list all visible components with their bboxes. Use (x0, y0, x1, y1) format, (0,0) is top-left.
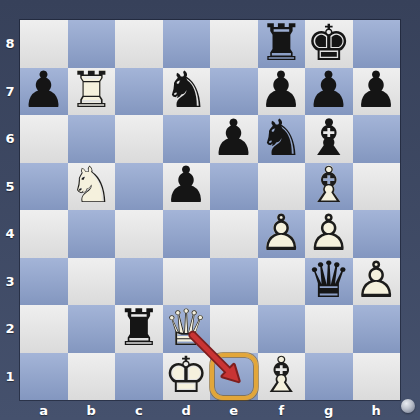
black-rook-piece[interactable]: ♜ (258, 20, 306, 68)
square-h5[interactable] (353, 163, 401, 211)
piece-glyph-fill: ♝ (305, 160, 353, 210)
square-b1[interactable] (68, 353, 116, 401)
rank-label-2: 2 (0, 305, 20, 353)
square-a8[interactable] (20, 20, 68, 68)
piece-glyph-outline: ♕ (163, 303, 211, 353)
black-pawn-piece[interactable]: ♟ (353, 68, 401, 116)
square-e4[interactable] (210, 210, 258, 258)
rank-label-4: 4 (0, 210, 20, 258)
piece-glyph-outline: ♙ (353, 255, 401, 305)
chess-board-frame: 87654321 abcdefgh ♜♚♟♜♖♞♟♟♟♟♞♝♞♘♟♝♗♟♙♟♙♛… (0, 0, 420, 420)
square-h7[interactable]: ♟ (353, 68, 401, 116)
file-label-f: f (258, 400, 306, 420)
square-d3[interactable] (163, 258, 211, 306)
piece-glyph-fill: ♞ (68, 160, 116, 210)
square-f5[interactable] (258, 163, 306, 211)
square-e8[interactable] (210, 20, 258, 68)
square-a2[interactable] (20, 305, 68, 353)
white-bishop-piece[interactable]: ♝♗ (258, 353, 306, 401)
file-label-h: h (353, 400, 401, 420)
square-g2[interactable] (305, 305, 353, 353)
piece-glyph: ♛ (305, 255, 353, 305)
rank-label-7: 7 (0, 68, 20, 116)
square-d6[interactable] (163, 115, 211, 163)
square-h2[interactable] (353, 305, 401, 353)
piece-glyph-outline: ♘ (68, 160, 116, 210)
square-c6[interactable] (115, 115, 163, 163)
square-f4[interactable]: ♟♙ (258, 210, 306, 258)
square-h8[interactable] (353, 20, 401, 68)
square-b7[interactable]: ♜♖ (68, 68, 116, 116)
piece-glyph: ♞ (163, 65, 211, 115)
piece-glyph: ♟ (210, 113, 258, 163)
square-g1[interactable] (305, 353, 353, 401)
white-pawn-piece[interactable]: ♟♙ (305, 210, 353, 258)
white-bishop-piece[interactable]: ♝♗ (305, 163, 353, 211)
sphere-icon[interactable] (401, 399, 415, 413)
square-g8[interactable]: ♚ (305, 20, 353, 68)
file-label-d: d (163, 400, 211, 420)
piece-glyph-fill: ♚ (163, 350, 211, 400)
square-f6[interactable]: ♞ (258, 115, 306, 163)
piece-glyph-outline: ♙ (258, 208, 306, 258)
square-g6[interactable]: ♝ (305, 115, 353, 163)
file-labels: abcdefgh (20, 400, 400, 420)
piece-glyph-fill: ♟ (305, 208, 353, 258)
square-b6[interactable] (68, 115, 116, 163)
square-c2[interactable]: ♜ (115, 305, 163, 353)
square-a6[interactable] (20, 115, 68, 163)
piece-glyph: ♟ (258, 65, 306, 115)
file-label-c: c (115, 400, 163, 420)
black-pawn-piece[interactable]: ♟ (210, 115, 258, 163)
square-e7[interactable] (210, 68, 258, 116)
square-c1[interactable] (115, 353, 163, 401)
rank-label-8: 8 (0, 20, 20, 68)
square-a7[interactable]: ♟ (20, 68, 68, 116)
square-a1[interactable] (20, 353, 68, 401)
white-queen-piece[interactable]: ♛♕ (163, 305, 211, 353)
square-g4[interactable]: ♟♙ (305, 210, 353, 258)
square-c5[interactable] (115, 163, 163, 211)
file-label-g: g (305, 400, 353, 420)
square-h1[interactable] (353, 353, 401, 401)
square-g5[interactable]: ♝♗ (305, 163, 353, 211)
square-e2[interactable] (210, 305, 258, 353)
black-rook-piece[interactable]: ♜ (115, 305, 163, 353)
chess-board[interactable]: ♜♚♟♜♖♞♟♟♟♟♞♝♞♘♟♝♗♟♙♟♙♛♟♙♜♛♕♚♔♝♗ (20, 20, 400, 400)
square-d1[interactable]: ♚♔ (163, 353, 211, 401)
piece-glyph-fill: ♝ (258, 350, 306, 400)
square-d5[interactable]: ♟ (163, 163, 211, 211)
square-b8[interactable] (68, 20, 116, 68)
piece-glyph: ♜ (115, 303, 163, 353)
white-knight-piece[interactable]: ♞♘ (68, 163, 116, 211)
square-f3[interactable] (258, 258, 306, 306)
black-queen-piece[interactable]: ♛ (305, 258, 353, 306)
black-pawn-piece[interactable]: ♟ (20, 68, 68, 116)
square-d2[interactable]: ♛♕ (163, 305, 211, 353)
square-f1[interactable]: ♝♗ (258, 353, 306, 401)
white-pawn-piece[interactable]: ♟♙ (353, 258, 401, 306)
black-king-piece[interactable]: ♚ (305, 20, 353, 68)
piece-glyph-outline: ♖ (68, 65, 116, 115)
rank-label-6: 6 (0, 115, 20, 163)
square-e6[interactable]: ♟ (210, 115, 258, 163)
white-rook-piece[interactable]: ♜♖ (68, 68, 116, 116)
piece-glyph: ♞ (258, 113, 306, 163)
black-knight-piece[interactable]: ♞ (258, 115, 306, 163)
black-bishop-piece[interactable]: ♝ (305, 115, 353, 163)
black-pawn-piece[interactable]: ♟ (258, 68, 306, 116)
piece-glyph-fill: ♟ (353, 255, 401, 305)
rank-label-1: 1 (0, 353, 20, 401)
piece-glyph-outline: ♗ (305, 160, 353, 210)
file-label-a: a (20, 400, 68, 420)
black-pawn-piece[interactable]: ♟ (305, 68, 353, 116)
piece-glyph: ♚ (305, 18, 353, 68)
piece-glyph-fill: ♟ (258, 208, 306, 258)
black-knight-piece[interactable]: ♞ (163, 68, 211, 116)
square-d8[interactable] (163, 20, 211, 68)
square-g3[interactable]: ♛ (305, 258, 353, 306)
black-pawn-piece[interactable]: ♟ (163, 163, 211, 211)
rank-label-3: 3 (0, 258, 20, 306)
piece-glyph: ♟ (20, 65, 68, 115)
square-c4[interactable] (115, 210, 163, 258)
piece-glyph: ♟ (353, 65, 401, 115)
rank-label-5: 5 (0, 163, 20, 211)
white-pawn-piece[interactable]: ♟♙ (258, 210, 306, 258)
square-b4[interactable] (68, 210, 116, 258)
rank-labels: 87654321 (0, 20, 20, 400)
square-h6[interactable] (353, 115, 401, 163)
square-d4[interactable] (163, 210, 211, 258)
piece-glyph: ♜ (258, 18, 306, 68)
white-king-piece[interactable]: ♚♔ (163, 353, 211, 401)
square-c3[interactable] (115, 258, 163, 306)
square-e3[interactable] (210, 258, 258, 306)
square-a5[interactable] (20, 163, 68, 211)
piece-glyph-outline: ♙ (305, 208, 353, 258)
square-a4[interactable] (20, 210, 68, 258)
square-a3[interactable] (20, 258, 68, 306)
square-b5[interactable]: ♞♘ (68, 163, 116, 211)
square-b3[interactable] (68, 258, 116, 306)
square-e5[interactable] (210, 163, 258, 211)
piece-glyph: ♟ (163, 160, 211, 210)
square-d7[interactable]: ♞ (163, 68, 211, 116)
square-g7[interactable]: ♟ (305, 68, 353, 116)
piece-glyph: ♟ (305, 65, 353, 115)
piece-glyph: ♝ (305, 113, 353, 163)
file-label-b: b (68, 400, 116, 420)
square-h3[interactable]: ♟♙ (353, 258, 401, 306)
file-label-e: e (210, 400, 258, 420)
piece-glyph-outline: ♗ (258, 350, 306, 400)
piece-glyph-outline: ♔ (163, 350, 211, 400)
square-h4[interactable] (353, 210, 401, 258)
piece-glyph-fill: ♜ (68, 65, 116, 115)
square-c7[interactable] (115, 68, 163, 116)
square-f7[interactable]: ♟ (258, 68, 306, 116)
square-e1[interactable] (210, 353, 258, 401)
piece-glyph-fill: ♛ (163, 303, 211, 353)
square-b2[interactable] (68, 305, 116, 353)
square-f2[interactable] (258, 305, 306, 353)
square-c8[interactable] (115, 20, 163, 68)
square-f8[interactable]: ♜ (258, 20, 306, 68)
